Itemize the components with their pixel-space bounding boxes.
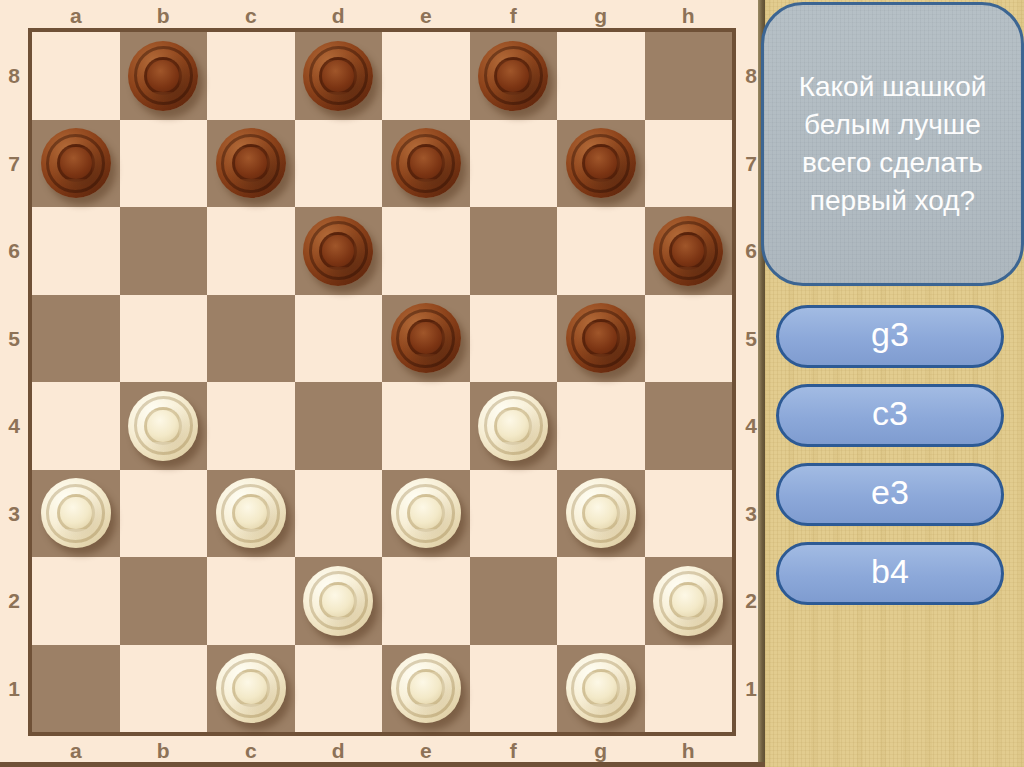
rank-label-6: 6: [0, 207, 28, 295]
square-f7: [470, 120, 558, 208]
square-b6: [120, 207, 208, 295]
square-b5: [120, 295, 208, 383]
black-checker-g7: [566, 128, 636, 198]
file-label-c: c: [207, 736, 295, 764]
white-checker-h2: [653, 566, 723, 636]
black-checker-d6: [303, 216, 373, 286]
square-c8: [207, 32, 295, 120]
answer-list: g3 c3 e3 b4: [776, 305, 1004, 605]
black-checker-e5: [391, 303, 461, 373]
square-e4: [382, 382, 470, 470]
square-g7: [557, 120, 645, 208]
square-f4: [470, 382, 558, 470]
white-checker-e1: [391, 653, 461, 723]
square-b7: [120, 120, 208, 208]
square-g4: [557, 382, 645, 470]
black-checker-b8: [128, 41, 198, 111]
file-labels-top: abcdefgh: [32, 1, 732, 29]
square-f8: [470, 32, 558, 120]
rank-label-4: 4: [0, 382, 28, 470]
square-d5: [295, 295, 383, 383]
square-e6: [382, 207, 470, 295]
square-a7: [32, 120, 120, 208]
file-label-g: g: [557, 1, 645, 29]
square-e7: [382, 120, 470, 208]
square-g2: [557, 557, 645, 645]
square-g1: [557, 645, 645, 733]
square-b3: [120, 470, 208, 558]
square-b2: [120, 557, 208, 645]
white-checker-b4: [128, 391, 198, 461]
file-label-e: e: [382, 736, 470, 764]
question-card: Какой шашкой белым лучше всего сделать п…: [761, 2, 1024, 286]
square-a5: [32, 295, 120, 383]
square-h4: [645, 382, 733, 470]
square-g8: [557, 32, 645, 120]
rank-label-3: 3: [0, 470, 28, 558]
square-f1: [470, 645, 558, 733]
quiz-panel: Какой шашкой белым лучше всего сделать п…: [765, 0, 1024, 767]
square-c2: [207, 557, 295, 645]
board-grid: [28, 28, 736, 736]
square-a2: [32, 557, 120, 645]
square-f2: [470, 557, 558, 645]
rank-label-2: 2: [0, 557, 28, 645]
white-checker-e3: [391, 478, 461, 548]
file-label-g: g: [557, 736, 645, 764]
white-checker-a3: [41, 478, 111, 548]
square-d2: [295, 557, 383, 645]
file-label-a: a: [32, 1, 120, 29]
white-checker-c1: [216, 653, 286, 723]
square-d8: [295, 32, 383, 120]
square-h7: [645, 120, 733, 208]
square-h6: [645, 207, 733, 295]
square-g3: [557, 470, 645, 558]
square-c7: [207, 120, 295, 208]
square-h5: [645, 295, 733, 383]
square-g6: [557, 207, 645, 295]
white-checker-c3: [216, 478, 286, 548]
square-e8: [382, 32, 470, 120]
black-checker-a7: [41, 128, 111, 198]
square-d6: [295, 207, 383, 295]
square-b4: [120, 382, 208, 470]
square-f3: [470, 470, 558, 558]
file-label-a: a: [32, 736, 120, 764]
square-h1: [645, 645, 733, 733]
black-checker-d8: [303, 41, 373, 111]
rank-labels-left: 87654321: [0, 32, 28, 732]
file-label-c: c: [207, 1, 295, 29]
square-a4: [32, 382, 120, 470]
white-checker-d2: [303, 566, 373, 636]
file-label-f: f: [470, 736, 558, 764]
file-labels-bottom: abcdefgh: [32, 736, 732, 764]
white-checker-g3: [566, 478, 636, 548]
square-h8: [645, 32, 733, 120]
square-e1: [382, 645, 470, 733]
square-g5: [557, 295, 645, 383]
file-label-b: b: [120, 1, 208, 29]
square-c4: [207, 382, 295, 470]
square-d7: [295, 120, 383, 208]
black-checker-e7: [391, 128, 461, 198]
white-checker-g1: [566, 653, 636, 723]
file-label-d: d: [295, 736, 383, 764]
square-c5: [207, 295, 295, 383]
square-b1: [120, 645, 208, 733]
square-d4: [295, 382, 383, 470]
board-edge-bottom: [0, 762, 765, 767]
square-a8: [32, 32, 120, 120]
square-h2: [645, 557, 733, 645]
square-f5: [470, 295, 558, 383]
question-text: Какой шашкой белым лучше всего сделать п…: [799, 68, 987, 220]
square-f6: [470, 207, 558, 295]
rank-label-5: 5: [0, 295, 28, 383]
square-c3: [207, 470, 295, 558]
square-a6: [32, 207, 120, 295]
square-d1: [295, 645, 383, 733]
file-label-h: h: [645, 736, 733, 764]
square-c6: [207, 207, 295, 295]
white-checker-f4: [478, 391, 548, 461]
square-a1: [32, 645, 120, 733]
answer-button-g3[interactable]: g3: [776, 305, 1004, 368]
black-checker-g5: [566, 303, 636, 373]
square-b8: [120, 32, 208, 120]
square-e5: [382, 295, 470, 383]
rank-label-7: 7: [0, 120, 28, 208]
black-checker-h6: [653, 216, 723, 286]
file-label-e: e: [382, 1, 470, 29]
square-d3: [295, 470, 383, 558]
square-e2: [382, 557, 470, 645]
file-label-h: h: [645, 1, 733, 29]
answer-button-c3[interactable]: c3: [776, 384, 1004, 447]
square-h3: [645, 470, 733, 558]
rank-label-8: 8: [0, 32, 28, 120]
answer-button-e3[interactable]: e3: [776, 463, 1004, 526]
rank-label-1: 1: [0, 645, 28, 733]
square-e3: [382, 470, 470, 558]
answer-button-b4[interactable]: b4: [776, 542, 1004, 605]
file-label-b: b: [120, 736, 208, 764]
black-checker-c7: [216, 128, 286, 198]
square-a3: [32, 470, 120, 558]
checkers-board: abcdefgh abcdefgh 87654321 87654321: [0, 0, 765, 767]
black-checker-f8: [478, 41, 548, 111]
file-label-f: f: [470, 1, 558, 29]
square-c1: [207, 645, 295, 733]
file-label-d: d: [295, 1, 383, 29]
